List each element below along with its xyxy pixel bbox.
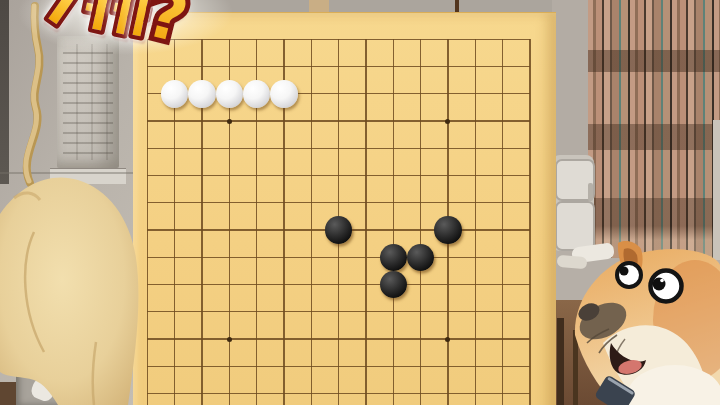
board-grid-line — [147, 366, 530, 367]
black-stone — [380, 271, 408, 299]
go-board — [133, 12, 556, 405]
dog-pupil — [653, 278, 666, 291]
black-stone — [407, 244, 435, 272]
white-stone — [161, 80, 189, 108]
dog-body — [0, 177, 138, 405]
board-grid-line — [420, 39, 421, 405]
dog-pupil — [620, 267, 629, 276]
white-stone — [270, 80, 298, 108]
board-grid-line — [147, 284, 530, 285]
bookshelf — [588, 0, 720, 258]
board-grid-line — [529, 39, 530, 405]
right-dog-figure — [545, 225, 720, 405]
board-grid-line — [502, 39, 503, 405]
board-grid-line — [365, 39, 366, 405]
board-grid-line — [147, 311, 530, 312]
black-stone — [380, 244, 408, 272]
white-stone — [243, 80, 271, 108]
black-stone — [325, 216, 353, 244]
star-point — [227, 337, 232, 342]
board-grid-line — [475, 39, 476, 405]
left-dog-figure — [0, 0, 150, 405]
board-grid-line — [393, 39, 394, 405]
board-grid-line — [147, 338, 530, 339]
star-point — [227, 119, 232, 124]
board-grid-line — [311, 39, 312, 405]
dog-eye — [617, 263, 641, 287]
board-grid-line — [147, 257, 530, 258]
white-stone — [216, 80, 244, 108]
black-stone — [434, 216, 462, 244]
white-stone — [188, 80, 216, 108]
cabinet-handle — [588, 183, 593, 201]
star-point — [445, 337, 450, 342]
star-point — [445, 119, 450, 124]
dog-eye-glint — [660, 279, 664, 283]
video-frame: ? ? — [0, 0, 720, 405]
board-grid-line — [147, 393, 530, 394]
